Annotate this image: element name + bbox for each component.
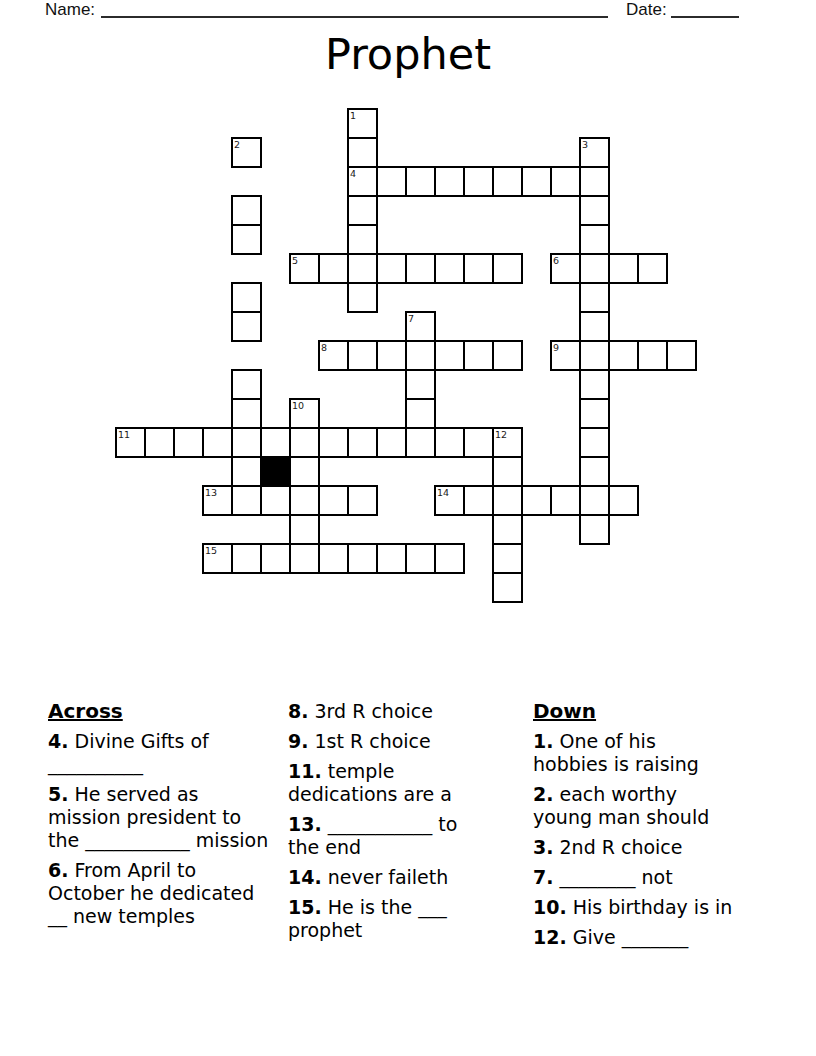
grid-cell[interactable] <box>580 312 609 341</box>
clue-across-14: 14. never faileth <box>288 866 503 889</box>
grid-cell[interactable] <box>609 254 638 283</box>
grid-cell[interactable] <box>348 544 377 573</box>
grid-cell[interactable] <box>319 486 348 515</box>
grid-cell[interactable] <box>232 399 261 428</box>
grid-cell[interactable] <box>493 254 522 283</box>
grid-cell[interactable] <box>464 341 493 370</box>
clue-down-7: 7. ________ not <box>533 866 788 889</box>
grid-cell[interactable] <box>493 486 522 515</box>
grid-cell[interactable] <box>493 167 522 196</box>
grid-cell[interactable] <box>493 457 522 486</box>
grid-cell[interactable] <box>580 370 609 399</box>
clue-down-12: 12. Give _______ <box>533 926 788 949</box>
down-heading: Down <box>533 700 788 723</box>
clue-text: Divine Gifts of __________ <box>48 730 209 775</box>
grid-cell[interactable] <box>348 341 377 370</box>
date-label: Date: <box>626 1 667 19</box>
blocked-cell <box>261 457 290 486</box>
grid-cell[interactable] <box>580 167 609 196</box>
clue-text: His birthday is in <box>573 896 733 918</box>
clue-across-5: 5. He served as mission president to the… <box>48 783 298 852</box>
clue-text: 1st R choice <box>315 730 431 752</box>
grid-clue-number: 8 <box>321 343 327 353</box>
grid-cell[interactable] <box>464 167 493 196</box>
clue-number: 4. <box>48 730 68 752</box>
date-input-line[interactable] <box>671 0 739 18</box>
grid-cell[interactable] <box>232 428 261 457</box>
grid-cell[interactable] <box>406 399 435 428</box>
clue-down-1: 1. One of his hobbies is raising <box>533 730 788 776</box>
grid-cell[interactable] <box>580 399 609 428</box>
grid-cell[interactable] <box>551 167 580 196</box>
grid-cell[interactable] <box>261 486 290 515</box>
grid-cell[interactable] <box>406 544 435 573</box>
grid-cell[interactable] <box>348 486 377 515</box>
grid-cell[interactable] <box>435 341 464 370</box>
grid-clue-number: 10 <box>292 401 304 411</box>
clue-number: 8. <box>288 700 308 722</box>
grid-cell[interactable] <box>493 341 522 370</box>
clue-text: 2nd R choice <box>560 836 683 858</box>
grid-cell[interactable] <box>464 428 493 457</box>
clue-text: never faileth <box>328 866 449 888</box>
grid-cell[interactable] <box>580 283 609 312</box>
grid-cell[interactable] <box>348 254 377 283</box>
clue-across-13: 13. ___________ to the end <box>288 813 503 859</box>
grid-cell[interactable] <box>580 486 609 515</box>
grid-clue-number: 4 <box>350 169 356 179</box>
grid-cell[interactable] <box>261 428 290 457</box>
grid-clue-number: 14 <box>437 488 449 498</box>
grid-cell[interactable] <box>667 341 696 370</box>
grid-cell[interactable] <box>435 167 464 196</box>
clue-text: He served as mission president to the __… <box>48 783 268 851</box>
grid-cell[interactable] <box>232 283 261 312</box>
grid-cell[interactable] <box>522 167 551 196</box>
grid-cell[interactable] <box>580 254 609 283</box>
grid-cell[interactable] <box>464 254 493 283</box>
crossword-grid: 123456789101112131415 <box>116 109 696 602</box>
grid-cell[interactable] <box>348 196 377 225</box>
grid-cell[interactable] <box>580 341 609 370</box>
grid-cell[interactable] <box>348 225 377 254</box>
grid-clue-number: 9 <box>553 343 559 353</box>
grid-cell[interactable] <box>609 341 638 370</box>
clue-text: ________ not <box>560 866 673 888</box>
grid-cell[interactable] <box>435 544 464 573</box>
clue-down-10: 10. His birthday is in <box>533 896 788 919</box>
grid-cell[interactable] <box>406 254 435 283</box>
grid-cell[interactable] <box>174 428 203 457</box>
clue-text: From April to October he dedicated __ ne… <box>48 859 254 927</box>
grid-cell[interactable] <box>377 341 406 370</box>
puzzle-title: Prophet <box>0 29 816 79</box>
grid-cell[interactable] <box>638 341 667 370</box>
grid-cell[interactable] <box>493 515 522 544</box>
grid-cell[interactable] <box>232 312 261 341</box>
clue-across-9: 9. 1st R choice <box>288 730 503 753</box>
name-label: Name: <box>45 1 95 19</box>
grid-cell[interactable] <box>493 544 522 573</box>
clue-number: 14. <box>288 866 322 888</box>
grid-cell[interactable] <box>580 457 609 486</box>
grid-cell[interactable] <box>145 428 174 457</box>
grid-clue-number: 7 <box>408 314 414 324</box>
grid-clue-number: 1 <box>350 111 356 121</box>
grid-cell[interactable] <box>493 573 522 602</box>
clue-number: 12. <box>533 926 567 948</box>
grid-cell[interactable] <box>638 254 667 283</box>
grid-cell[interactable] <box>406 428 435 457</box>
clue-number: 7. <box>533 866 553 888</box>
clue-text: One of his hobbies is raising <box>533 730 699 775</box>
grid-cell[interactable] <box>348 428 377 457</box>
grid-cell[interactable] <box>406 370 435 399</box>
grid-cell[interactable] <box>464 486 493 515</box>
grid-cell[interactable] <box>522 486 551 515</box>
clue-across-11: 11. temple dedications are a <box>288 760 503 806</box>
grid-cell[interactable] <box>377 428 406 457</box>
clue-number: 6. <box>48 859 68 881</box>
grid-cell[interactable] <box>551 486 580 515</box>
grid-cell[interactable] <box>406 341 435 370</box>
grid-cell[interactable] <box>290 515 319 544</box>
clue-number: 10. <box>533 896 567 918</box>
clue-across-8: 8. 3rd R choice <box>288 700 503 723</box>
clue-text: each worthy young man should <box>533 783 709 828</box>
grid-cell[interactable] <box>435 254 464 283</box>
grid-cell[interactable] <box>290 428 319 457</box>
grid-clue-number: 6 <box>553 256 559 266</box>
grid-cell[interactable] <box>232 457 261 486</box>
grid-clue-number: 12 <box>495 430 507 440</box>
clue-text: 3rd R choice <box>315 700 433 722</box>
clue-number: 2. <box>533 783 553 805</box>
grid-clue-number: 15 <box>205 546 217 556</box>
clue-number: 5. <box>48 783 68 805</box>
grid-cell[interactable] <box>580 196 609 225</box>
clue-across-15: 15. He is the ___ prophet <box>288 896 503 942</box>
grid-cell[interactable] <box>348 283 377 312</box>
grid-cell[interactable] <box>232 486 261 515</box>
grid-cell[interactable] <box>580 225 609 254</box>
grid-cell[interactable] <box>290 544 319 573</box>
grid-cell[interactable] <box>319 428 348 457</box>
grid-cell[interactable] <box>377 254 406 283</box>
clue-across-6: 6. From April to October he dedicated __… <box>48 859 298 928</box>
grid-cell[interactable] <box>406 167 435 196</box>
grid-cell[interactable] <box>232 225 261 254</box>
clue-down-3: 3. 2nd R choice <box>533 836 788 859</box>
clue-number: 9. <box>288 730 308 752</box>
grid-cell[interactable] <box>609 486 638 515</box>
clue-number: 3. <box>533 836 553 858</box>
grid-clue-number: 3 <box>582 140 588 150</box>
clue-number: 11. <box>288 760 322 782</box>
grid-cell[interactable] <box>580 515 609 544</box>
grid-cell[interactable] <box>290 486 319 515</box>
grid-cell[interactable] <box>377 544 406 573</box>
clues-column-across: Across 4. Divine Gifts of __________ 5. … <box>48 700 298 935</box>
grid-clue-number: 11 <box>118 430 130 440</box>
clue-number: 15. <box>288 896 322 918</box>
name-input-line[interactable] <box>101 0 608 18</box>
clue-number: 13. <box>288 813 322 835</box>
grid-clue-number: 13 <box>205 488 217 498</box>
grid-cell[interactable] <box>290 457 319 486</box>
grid-cell[interactable] <box>319 254 348 283</box>
grid-cell[interactable] <box>203 428 232 457</box>
clues-column-down: Down 1. One of his hobbies is raising 2.… <box>533 700 788 956</box>
grid-cell[interactable] <box>348 138 377 167</box>
clues-column-across-continued: 8. 3rd R choice 9. 1st R choice 11. temp… <box>288 700 503 949</box>
across-heading: Across <box>48 700 298 723</box>
grid-cell[interactable] <box>319 544 348 573</box>
clue-number: 1. <box>533 730 553 752</box>
grid-cell[interactable] <box>232 544 261 573</box>
clue-across-4: 4. Divine Gifts of __________ <box>48 730 298 776</box>
grid-cell[interactable] <box>377 167 406 196</box>
worksheet-page: Name: Date: Prophet 12345678910111213141… <box>0 0 816 1056</box>
grid-cell[interactable] <box>261 544 290 573</box>
clue-text: Give _______ <box>573 926 688 948</box>
grid-cell[interactable] <box>232 196 261 225</box>
grid-cell[interactable] <box>232 370 261 399</box>
clue-down-2: 2. each worthy young man should <box>533 783 788 829</box>
grid-clue-number: 2 <box>234 140 240 150</box>
grid-clue-number: 5 <box>292 256 298 266</box>
grid-cell[interactable] <box>435 428 464 457</box>
grid-cell[interactable] <box>580 428 609 457</box>
